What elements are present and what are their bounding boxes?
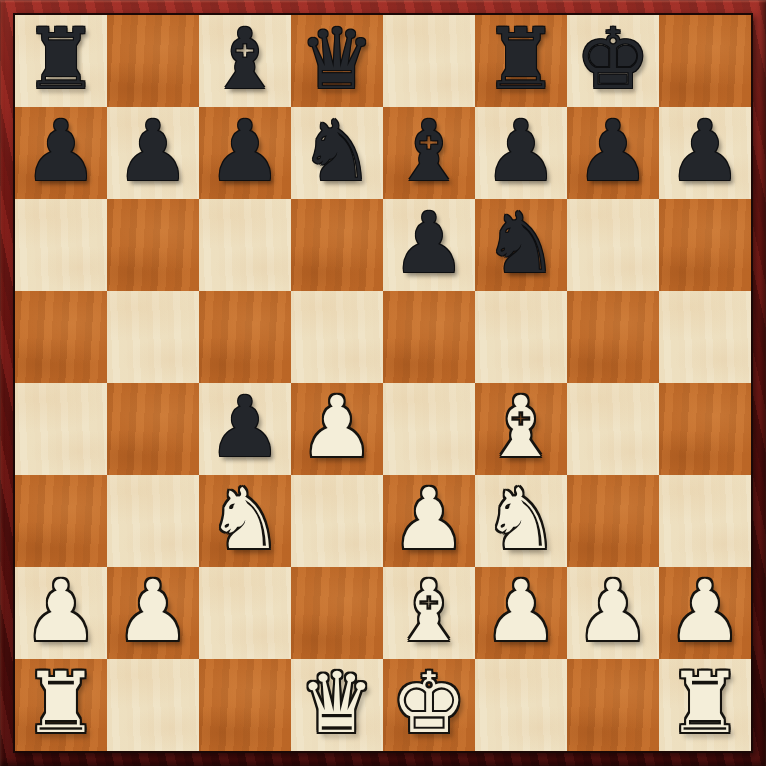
square-f7[interactable]: ♟ <box>475 107 567 199</box>
square-a2[interactable]: ♟ <box>15 567 107 659</box>
square-d4[interactable]: ♟ <box>291 383 383 475</box>
black-knight-piece[interactable]: ♞ <box>299 109 374 193</box>
white-pawn-piece[interactable]: ♟ <box>299 385 374 469</box>
square-b3[interactable] <box>107 475 199 567</box>
square-g8[interactable]: ♚ <box>567 15 659 107</box>
square-g2[interactable]: ♟ <box>567 567 659 659</box>
black-bishop-piece[interactable]: ♝ <box>207 17 282 101</box>
square-h1[interactable]: ♜ <box>659 659 751 751</box>
square-h8[interactable] <box>659 15 751 107</box>
square-a8[interactable]: ♜ <box>15 15 107 107</box>
square-f2[interactable]: ♟ <box>475 567 567 659</box>
square-d6[interactable] <box>291 199 383 291</box>
square-d7[interactable]: ♞ <box>291 107 383 199</box>
square-g7[interactable]: ♟ <box>567 107 659 199</box>
black-pawn-piece[interactable]: ♟ <box>667 109 742 193</box>
black-knight-piece[interactable]: ♞ <box>483 201 558 285</box>
square-e8[interactable] <box>383 15 475 107</box>
white-pawn-piece[interactable]: ♟ <box>115 569 190 653</box>
white-pawn-piece[interactable]: ♟ <box>667 569 742 653</box>
square-c1[interactable] <box>199 659 291 751</box>
square-e4[interactable] <box>383 383 475 475</box>
square-d3[interactable] <box>291 475 383 567</box>
square-e1[interactable]: ♚ <box>383 659 475 751</box>
square-b7[interactable]: ♟ <box>107 107 199 199</box>
square-c5[interactable] <box>199 291 291 383</box>
square-f3[interactable]: ♞ <box>475 475 567 567</box>
square-g1[interactable] <box>567 659 659 751</box>
black-bishop-piece[interactable]: ♝ <box>391 109 466 193</box>
square-h5[interactable] <box>659 291 751 383</box>
white-queen-piece[interactable]: ♛ <box>299 661 374 745</box>
black-rook-piece[interactable]: ♜ <box>23 17 98 101</box>
square-g6[interactable] <box>567 199 659 291</box>
square-c2[interactable] <box>199 567 291 659</box>
square-e3[interactable]: ♟ <box>383 475 475 567</box>
square-e2[interactable]: ♝ <box>383 567 475 659</box>
square-h6[interactable] <box>659 199 751 291</box>
square-f6[interactable]: ♞ <box>475 199 567 291</box>
square-c8[interactable]: ♝ <box>199 15 291 107</box>
white-king-piece[interactable]: ♚ <box>391 661 466 745</box>
square-b5[interactable] <box>107 291 199 383</box>
black-king-piece[interactable]: ♚ <box>575 17 650 101</box>
black-rook-piece[interactable]: ♜ <box>483 17 558 101</box>
black-pawn-piece[interactable]: ♟ <box>483 109 558 193</box>
board: ♜♝♛♜♚♟♟♟♞♝♟♟♟♟♞♟♟♝♞♟♞♟♟♝♟♟♟♜♛♚♜ <box>13 13 753 753</box>
square-a5[interactable] <box>15 291 107 383</box>
square-d1[interactable]: ♛ <box>291 659 383 751</box>
square-g5[interactable] <box>567 291 659 383</box>
white-rook-piece[interactable]: ♜ <box>23 661 98 745</box>
square-c6[interactable] <box>199 199 291 291</box>
square-f4[interactable]: ♝ <box>475 383 567 475</box>
board-frame: ♜♝♛♜♚♟♟♟♞♝♟♟♟♟♞♟♟♝♞♟♞♟♟♝♟♟♟♜♛♚♜ <box>0 0 766 766</box>
black-pawn-piece[interactable]: ♟ <box>207 385 282 469</box>
white-knight-piece[interactable]: ♞ <box>207 477 282 561</box>
square-g4[interactable] <box>567 383 659 475</box>
white-pawn-piece[interactable]: ♟ <box>483 569 558 653</box>
black-pawn-piece[interactable]: ♟ <box>207 109 282 193</box>
white-bishop-piece[interactable]: ♝ <box>483 385 558 469</box>
square-a1[interactable]: ♜ <box>15 659 107 751</box>
square-e5[interactable] <box>383 291 475 383</box>
square-d8[interactable]: ♛ <box>291 15 383 107</box>
white-pawn-piece[interactable]: ♟ <box>391 477 466 561</box>
square-f8[interactable]: ♜ <box>475 15 567 107</box>
square-h4[interactable] <box>659 383 751 475</box>
black-pawn-piece[interactable]: ♟ <box>115 109 190 193</box>
square-d5[interactable] <box>291 291 383 383</box>
square-h3[interactable] <box>659 475 751 567</box>
black-queen-piece[interactable]: ♛ <box>299 17 374 101</box>
square-f1[interactable] <box>475 659 567 751</box>
square-f5[interactable] <box>475 291 567 383</box>
square-h2[interactable]: ♟ <box>659 567 751 659</box>
white-bishop-piece[interactable]: ♝ <box>391 569 466 653</box>
square-c3[interactable]: ♞ <box>199 475 291 567</box>
square-e7[interactable]: ♝ <box>383 107 475 199</box>
square-c7[interactable]: ♟ <box>199 107 291 199</box>
square-a7[interactable]: ♟ <box>15 107 107 199</box>
black-pawn-piece[interactable]: ♟ <box>391 201 466 285</box>
square-b1[interactable] <box>107 659 199 751</box>
white-pawn-piece[interactable]: ♟ <box>23 569 98 653</box>
square-d2[interactable] <box>291 567 383 659</box>
black-pawn-piece[interactable]: ♟ <box>23 109 98 193</box>
square-e6[interactable]: ♟ <box>383 199 475 291</box>
square-a6[interactable] <box>15 199 107 291</box>
square-a3[interactable] <box>15 475 107 567</box>
square-b6[interactable] <box>107 199 199 291</box>
black-pawn-piece[interactable]: ♟ <box>575 109 650 193</box>
square-h7[interactable]: ♟ <box>659 107 751 199</box>
square-b8[interactable] <box>107 15 199 107</box>
white-rook-piece[interactable]: ♜ <box>667 661 742 745</box>
square-b2[interactable]: ♟ <box>107 567 199 659</box>
white-knight-piece[interactable]: ♞ <box>483 477 558 561</box>
square-a4[interactable] <box>15 383 107 475</box>
white-pawn-piece[interactable]: ♟ <box>575 569 650 653</box>
square-c4[interactable]: ♟ <box>199 383 291 475</box>
square-b4[interactable] <box>107 383 199 475</box>
square-g3[interactable] <box>567 475 659 567</box>
